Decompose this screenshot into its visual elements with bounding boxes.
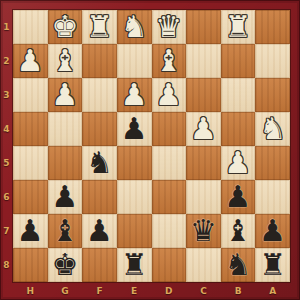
white-king-g1[interactable]: ♚ <box>51 10 78 44</box>
square-f8[interactable] <box>82 248 117 282</box>
black-king-g8[interactable]: ♚ <box>51 248 78 282</box>
rank-label-6: 6 <box>0 180 13 214</box>
square-d8[interactable] <box>152 248 187 282</box>
white-rook-f1[interactable]: ♜ <box>86 10 113 44</box>
square-a6[interactable] <box>255 180 290 214</box>
square-e2[interactable] <box>117 44 152 78</box>
square-e5[interactable] <box>117 146 152 180</box>
rank-label-5: 5 <box>0 146 13 180</box>
black-bishop-g7[interactable]: ♝ <box>51 214 78 248</box>
square-b8[interactable]: ♞ <box>221 248 256 282</box>
square-f1[interactable]: ♜ <box>82 10 117 44</box>
square-c7[interactable]: ♛ <box>186 214 221 248</box>
chess-board-frame: 12345678 ♚♜♞♛♜♟♝♝♟♟♟♟♟♞♞♟♟♟♟♝♟♛♝♟♚♜♞♜ HG… <box>0 0 300 300</box>
white-pawn-b5[interactable]: ♟ <box>225 146 252 180</box>
square-g7[interactable]: ♝ <box>48 214 83 248</box>
square-b5[interactable]: ♟ <box>221 146 256 180</box>
square-f2[interactable] <box>82 44 117 78</box>
file-label-g: G <box>48 282 83 300</box>
square-h4[interactable] <box>13 112 48 146</box>
black-pawn-a7[interactable]: ♟ <box>259 214 286 248</box>
black-pawn-g6[interactable]: ♟ <box>51 180 78 214</box>
white-knight-e1[interactable]: ♞ <box>121 10 148 44</box>
square-b7[interactable]: ♝ <box>221 214 256 248</box>
square-d2[interactable]: ♝ <box>152 44 187 78</box>
square-f5[interactable]: ♞ <box>82 146 117 180</box>
square-a4[interactable]: ♞ <box>255 112 290 146</box>
square-d4[interactable] <box>152 112 187 146</box>
square-b3[interactable] <box>221 78 256 112</box>
black-bishop-b7[interactable]: ♝ <box>225 214 252 248</box>
square-h7[interactable]: ♟ <box>13 214 48 248</box>
square-f6[interactable] <box>82 180 117 214</box>
square-c1[interactable] <box>186 10 221 44</box>
black-queen-c7[interactable]: ♛ <box>190 214 217 248</box>
square-g1[interactable]: ♚ <box>48 10 83 44</box>
square-a3[interactable] <box>255 78 290 112</box>
square-d3[interactable]: ♟ <box>152 78 187 112</box>
rank-label-4: 4 <box>0 112 13 146</box>
square-h6[interactable] <box>13 180 48 214</box>
square-h1[interactable] <box>13 10 48 44</box>
square-a7[interactable]: ♟ <box>255 214 290 248</box>
rank-label-8: 8 <box>0 248 13 282</box>
square-e1[interactable]: ♞ <box>117 10 152 44</box>
square-h5[interactable] <box>13 146 48 180</box>
rank-labels: 12345678 <box>0 10 13 282</box>
rank-label-3: 3 <box>0 78 13 112</box>
white-pawn-d3[interactable]: ♟ <box>155 78 182 112</box>
square-f4[interactable] <box>82 112 117 146</box>
white-pawn-g3[interactable]: ♟ <box>51 78 78 112</box>
white-pawn-h2[interactable]: ♟ <box>17 44 44 78</box>
square-e6[interactable] <box>117 180 152 214</box>
rank-label-1: 1 <box>0 10 13 44</box>
black-rook-a8[interactable]: ♜ <box>259 248 286 282</box>
black-rook-e8[interactable]: ♜ <box>121 248 148 282</box>
white-pawn-c4[interactable]: ♟ <box>190 112 217 146</box>
file-label-b: B <box>221 282 256 300</box>
square-a5[interactable] <box>255 146 290 180</box>
square-a1[interactable] <box>255 10 290 44</box>
square-d1[interactable]: ♛ <box>152 10 187 44</box>
square-b2[interactable] <box>221 44 256 78</box>
square-e8[interactable]: ♜ <box>117 248 152 282</box>
file-label-a: A <box>255 282 290 300</box>
square-c2[interactable] <box>186 44 221 78</box>
white-rook-b1[interactable]: ♜ <box>225 10 252 44</box>
chess-board[interactable]: ♚♜♞♛♜♟♝♝♟♟♟♟♟♞♞♟♟♟♟♝♟♛♝♟♚♜♞♜ <box>13 10 290 282</box>
square-e7[interactable] <box>117 214 152 248</box>
square-g3[interactable]: ♟ <box>48 78 83 112</box>
square-a2[interactable] <box>255 44 290 78</box>
square-h2[interactable]: ♟ <box>13 44 48 78</box>
square-d6[interactable] <box>152 180 187 214</box>
white-knight-a4[interactable]: ♞ <box>259 112 286 146</box>
file-label-f: F <box>82 282 117 300</box>
square-e3[interactable]: ♟ <box>117 78 152 112</box>
square-c8[interactable] <box>186 248 221 282</box>
white-bishop-g2[interactable]: ♝ <box>51 44 78 78</box>
square-h3[interactable] <box>13 78 48 112</box>
file-label-e: E <box>117 282 152 300</box>
square-d7[interactable] <box>152 214 187 248</box>
square-f7[interactable]: ♟ <box>82 214 117 248</box>
rank-label-2: 2 <box>0 44 13 78</box>
black-knight-b8[interactable]: ♞ <box>225 248 252 282</box>
square-g2[interactable]: ♝ <box>48 44 83 78</box>
square-g8[interactable]: ♚ <box>48 248 83 282</box>
square-b6[interactable]: ♟ <box>221 180 256 214</box>
black-pawn-f7[interactable]: ♟ <box>86 214 113 248</box>
file-label-d: D <box>152 282 187 300</box>
square-c6[interactable] <box>186 180 221 214</box>
rank-label-7: 7 <box>0 214 13 248</box>
square-d5[interactable] <box>152 146 187 180</box>
square-c3[interactable] <box>186 78 221 112</box>
black-knight-f5[interactable]: ♞ <box>86 146 113 180</box>
square-g5[interactable] <box>48 146 83 180</box>
file-label-c: C <box>186 282 221 300</box>
square-a8[interactable]: ♜ <box>255 248 290 282</box>
white-queen-d1[interactable]: ♛ <box>155 10 182 44</box>
square-g6[interactable]: ♟ <box>48 180 83 214</box>
black-pawn-b6[interactable]: ♟ <box>225 180 252 214</box>
square-h8[interactable] <box>13 248 48 282</box>
square-e4[interactable]: ♟ <box>117 112 152 146</box>
black-pawn-h7[interactable]: ♟ <box>17 214 44 248</box>
file-label-h: H <box>13 282 48 300</box>
square-c4[interactable]: ♟ <box>186 112 221 146</box>
square-g4[interactable] <box>48 112 83 146</box>
white-pawn-e3[interactable]: ♟ <box>121 78 148 112</box>
file-labels: HGFEDCBA <box>13 282 290 300</box>
square-b1[interactable]: ♜ <box>221 10 256 44</box>
square-c5[interactable] <box>186 146 221 180</box>
black-pawn-e4[interactable]: ♟ <box>121 112 148 146</box>
square-b4[interactable] <box>221 112 256 146</box>
square-f3[interactable] <box>82 78 117 112</box>
white-bishop-d2[interactable]: ♝ <box>155 44 182 78</box>
